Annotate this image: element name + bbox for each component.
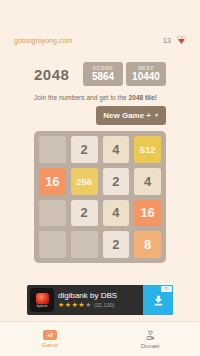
top-header: gotongroyong.com 13 ♥ ♡ <box>0 0 200 46</box>
tab-donasi-label: Donasi <box>141 343 160 350</box>
ad-app-title: digibank by DBS <box>58 291 143 301</box>
score-box: SCORE 5864 <box>83 62 123 86</box>
tile-4: 4 <box>134 168 161 195</box>
ratings-count: (32,130) <box>94 302 115 308</box>
empty-cell <box>71 231 98 258</box>
lives-count: 13 <box>163 36 171 45</box>
best-box: BEST 10440 <box>126 62 166 86</box>
tile-2: 2 <box>103 168 130 195</box>
download-icon <box>152 294 165 307</box>
chevron-down-icon: ▼ <box>154 113 159 118</box>
tile-4: 4 <box>103 136 130 163</box>
best-value: 10440 <box>132 71 160 82</box>
tab-game[interactable]: +2 Game <box>0 322 100 356</box>
app-icon-caption: digibank <box>36 305 47 308</box>
tab-donasi[interactable]: Donasi <box>100 322 200 356</box>
subtitle: Join the numbers and get to the 2048 til… <box>34 94 166 102</box>
heart-hand-icon <box>144 329 157 341</box>
tile-16: 16 <box>134 200 161 227</box>
tab-game-label: Game <box>42 342 58 349</box>
title-row: 2048 SCORE 5864 BEST 10440 <box>34 62 166 86</box>
tile-8: 8 <box>134 231 161 258</box>
empty-cell <box>39 231 66 258</box>
star-rating-icons: ★★★★★ <box>58 301 92 309</box>
adchoices-icon[interactable]: ⓘ <box>161 286 172 292</box>
game-tile-icon: +2 <box>43 330 57 340</box>
bottom-nav: +2 Game Donasi <box>0 321 200 356</box>
heart-icon[interactable]: ♥ ♡ <box>175 34 188 46</box>
new-game-button[interactable]: New Game + ▼ <box>96 106 166 125</box>
tile-4: 4 <box>103 200 130 227</box>
score-value: 5864 <box>89 71 117 82</box>
tile-16: 16 <box>39 168 66 195</box>
board-grid[interactable]: 245121625624241628 <box>34 131 166 263</box>
digibank-app-icon: digibank <box>30 288 54 312</box>
tile-2: 2 <box>71 136 98 163</box>
empty-cell <box>39 200 66 227</box>
digibank-logo-icon <box>36 293 49 304</box>
tile-512: 512 <box>134 136 161 163</box>
empty-cell <box>39 136 66 163</box>
subtitle-goal: 2048 tile! <box>129 94 157 101</box>
page-title: 2048 <box>34 66 69 83</box>
tile-2: 2 <box>103 231 130 258</box>
ad-banner[interactable]: digibank digibank by DBS ★★★★★ (32,130) … <box>27 285 173 315</box>
download-button[interactable]: ⓘ <box>143 285 173 315</box>
lives-counter: 13 ♥ ♡ <box>163 34 188 46</box>
site-link[interactable]: gotongroyong.com <box>14 37 72 44</box>
tile-256: 256 <box>71 168 98 195</box>
tile-2: 2 <box>71 200 98 227</box>
